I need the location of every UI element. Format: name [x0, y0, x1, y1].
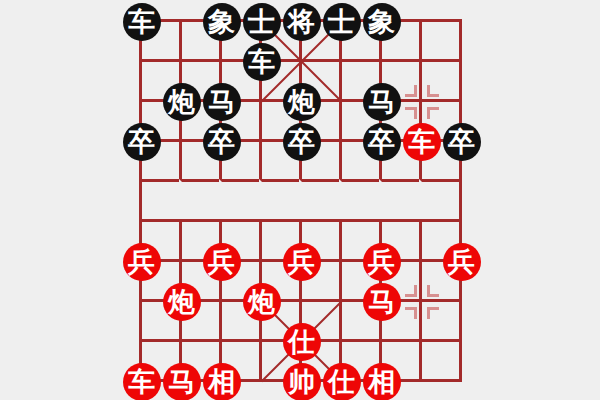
marker-corner: [427, 85, 439, 97]
piece-black-soldier[interactable]: 卒: [203, 123, 241, 161]
marker-corner: [427, 107, 439, 119]
piece-red-advisor[interactable]: 仕: [323, 363, 361, 400]
board-cell: [219, 179, 259, 219]
piece-red-elephant[interactable]: 相: [363, 363, 401, 400]
piece-black-chariot[interactable]: 车: [243, 43, 281, 81]
marker-corner: [405, 285, 417, 297]
piece-black-soldier[interactable]: 卒: [443, 123, 481, 161]
piece-black-elephant[interactable]: 象: [203, 3, 241, 41]
board-cell: [299, 179, 339, 219]
piece-black-cannon[interactable]: 炮: [163, 83, 201, 121]
piece-black-advisor[interactable]: 士: [323, 3, 361, 41]
piece-red-soldier[interactable]: 兵: [203, 243, 241, 281]
board-cell: [419, 339, 459, 379]
board-cell: [379, 179, 419, 219]
board-cell: [139, 179, 179, 219]
piece-black-general[interactable]: 将: [283, 3, 321, 41]
last-move-marker: [405, 85, 439, 119]
piece-red-advisor[interactable]: 仕: [283, 323, 321, 361]
piece-red-cannon[interactable]: 炮: [163, 283, 201, 321]
piece-red-soldier[interactable]: 兵: [363, 243, 401, 281]
piece-red-general[interactable]: 帅: [283, 363, 321, 400]
board-cell: [419, 19, 459, 59]
piece-red-soldier[interactable]: 兵: [443, 243, 481, 281]
board-cell: [339, 179, 379, 219]
piece-red-chariot[interactable]: 车: [403, 123, 441, 161]
piece-black-cannon[interactable]: 炮: [283, 83, 321, 121]
piece-black-horse[interactable]: 马: [203, 83, 241, 121]
xiangqi-board-screen: 车象士将士象车炮马炮马卒卒卒卒车卒兵兵兵兵兵炮炮马仕车马相帅仕相: [0, 0, 600, 400]
marker-corner: [405, 307, 417, 319]
marker-corner: [405, 107, 417, 119]
board-cell: [179, 179, 219, 219]
piece-black-chariot[interactable]: 车: [123, 3, 161, 41]
piece-red-elephant[interactable]: 相: [203, 363, 241, 400]
last-move-marker: [405, 285, 439, 319]
piece-red-soldier[interactable]: 兵: [283, 243, 321, 281]
piece-black-soldier[interactable]: 卒: [283, 123, 321, 161]
marker-corner: [427, 307, 439, 319]
piece-black-soldier[interactable]: 卒: [363, 123, 401, 161]
piece-red-soldier[interactable]: 兵: [123, 243, 161, 281]
board-cell: [259, 179, 299, 219]
board-cell: [419, 179, 459, 219]
marker-corner: [427, 285, 439, 297]
piece-black-advisor[interactable]: 士: [243, 3, 281, 41]
piece-red-horse[interactable]: 马: [163, 363, 201, 400]
piece-black-elephant[interactable]: 象: [363, 3, 401, 41]
piece-red-horse[interactable]: 马: [363, 283, 401, 321]
marker-corner: [405, 85, 417, 97]
piece-red-cannon[interactable]: 炮: [243, 283, 281, 321]
piece-black-horse[interactable]: 马: [363, 83, 401, 121]
piece-red-chariot[interactable]: 车: [123, 363, 161, 400]
piece-black-soldier[interactable]: 卒: [123, 123, 161, 161]
